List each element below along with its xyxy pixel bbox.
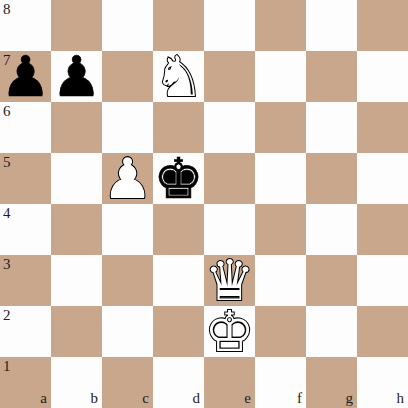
file-label-f: f	[297, 391, 302, 406]
square-d4[interactable]	[153, 204, 204, 255]
square-d6[interactable]	[153, 102, 204, 153]
square-a6[interactable]: 6	[0, 102, 51, 153]
chess-board: 87♟♟♞65♟♚43♛2♚1abcdefgh	[0, 0, 408, 408]
square-b5[interactable]	[51, 153, 102, 204]
square-f5[interactable]	[255, 153, 306, 204]
square-c7[interactable]	[102, 51, 153, 102]
square-f3[interactable]	[255, 255, 306, 306]
square-d1[interactable]: d	[153, 357, 204, 408]
square-h8[interactable]	[357, 0, 408, 51]
square-a3[interactable]: 3	[0, 255, 51, 306]
square-e2[interactable]: ♚	[204, 306, 255, 357]
square-h1[interactable]: h	[357, 357, 408, 408]
square-f7[interactable]	[255, 51, 306, 102]
square-d7[interactable]: ♞	[153, 51, 204, 102]
square-e6[interactable]	[204, 102, 255, 153]
square-h7[interactable]	[357, 51, 408, 102]
rank-label-8: 8	[3, 2, 11, 17]
piece-white-queen-e3: ♛	[204, 253, 254, 309]
square-b7[interactable]: ♟	[51, 51, 102, 102]
square-g3[interactable]	[306, 255, 357, 306]
square-f8[interactable]	[255, 0, 306, 51]
piece-black-king-d5: ♚	[153, 151, 203, 207]
rank-label-3: 3	[3, 257, 11, 272]
square-f6[interactable]	[255, 102, 306, 153]
square-e8[interactable]	[204, 0, 255, 51]
square-b1[interactable]: b	[51, 357, 102, 408]
square-b4[interactable]	[51, 204, 102, 255]
square-g1[interactable]: g	[306, 357, 357, 408]
square-g7[interactable]	[306, 51, 357, 102]
square-g2[interactable]	[306, 306, 357, 357]
rank-label-7: 7	[3, 53, 11, 68]
file-label-e: e	[244, 391, 251, 406]
square-e4[interactable]	[204, 204, 255, 255]
file-label-h: h	[397, 391, 405, 406]
square-a8[interactable]: 8	[0, 0, 51, 51]
rank-label-6: 6	[3, 104, 11, 119]
file-label-c: c	[142, 391, 149, 406]
square-d5[interactable]: ♚	[153, 153, 204, 204]
square-a2[interactable]: 2	[0, 306, 51, 357]
square-f2[interactable]	[255, 306, 306, 357]
square-g5[interactable]	[306, 153, 357, 204]
square-c3[interactable]	[102, 255, 153, 306]
square-d2[interactable]	[153, 306, 204, 357]
square-b3[interactable]	[51, 255, 102, 306]
file-label-g: g	[346, 391, 354, 406]
file-label-d: d	[193, 391, 201, 406]
square-d8[interactable]	[153, 0, 204, 51]
square-h6[interactable]	[357, 102, 408, 153]
square-a1[interactable]: 1a	[0, 357, 51, 408]
piece-white-king-e2: ♚	[204, 304, 254, 360]
square-c8[interactable]	[102, 0, 153, 51]
square-a5[interactable]: 5	[0, 153, 51, 204]
square-e7[interactable]	[204, 51, 255, 102]
square-f1[interactable]: f	[255, 357, 306, 408]
piece-white-knight-d7: ♞	[153, 49, 203, 105]
square-c6[interactable]	[102, 102, 153, 153]
square-c1[interactable]: c	[102, 357, 153, 408]
square-h3[interactable]	[357, 255, 408, 306]
square-g8[interactable]	[306, 0, 357, 51]
rank-label-4: 4	[3, 206, 11, 221]
square-h2[interactable]	[357, 306, 408, 357]
square-a7[interactable]: 7♟	[0, 51, 51, 102]
piece-black-pawn-a7: ♟	[0, 49, 50, 105]
file-label-b: b	[91, 391, 99, 406]
square-h4[interactable]	[357, 204, 408, 255]
square-c4[interactable]	[102, 204, 153, 255]
square-g4[interactable]	[306, 204, 357, 255]
square-c5[interactable]: ♟	[102, 153, 153, 204]
square-g6[interactable]	[306, 102, 357, 153]
square-b2[interactable]	[51, 306, 102, 357]
square-e3[interactable]: ♛	[204, 255, 255, 306]
rank-label-2: 2	[3, 308, 11, 323]
piece-black-pawn-b7: ♟	[51, 49, 101, 105]
rank-label-5: 5	[3, 155, 11, 170]
square-h5[interactable]	[357, 153, 408, 204]
square-f4[interactable]	[255, 204, 306, 255]
rank-label-1: 1	[3, 359, 11, 374]
square-d3[interactable]	[153, 255, 204, 306]
square-e1[interactable]: e	[204, 357, 255, 408]
square-c2[interactable]	[102, 306, 153, 357]
square-e5[interactable]	[204, 153, 255, 204]
square-a4[interactable]: 4	[0, 204, 51, 255]
square-b8[interactable]	[51, 0, 102, 51]
square-b6[interactable]	[51, 102, 102, 153]
file-label-a: a	[40, 391, 47, 406]
piece-white-pawn-c5: ♟	[102, 151, 152, 207]
